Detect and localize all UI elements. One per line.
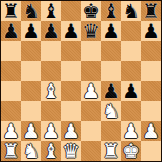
square-d7[interactable]: ♟ [61, 21, 81, 41]
black-rook[interactable]: ♜ [141, 1, 161, 21]
square-g7[interactable] [121, 21, 141, 41]
square-a7[interactable]: ♟ [1, 21, 21, 41]
square-d2[interactable]: ♟ [61, 121, 81, 141]
black-pawn[interactable]: ♟ [101, 21, 121, 41]
square-e8[interactable]: ♚ [81, 1, 101, 21]
black-pawn[interactable]: ♟ [121, 81, 141, 101]
white-pawn[interactable]: ♟ [41, 121, 61, 141]
white-pawn[interactable]: ♟ [141, 121, 161, 141]
black-knight[interactable]: ♞ [21, 1, 41, 21]
square-b1[interactable]: ♞ [21, 141, 41, 161]
square-c8[interactable]: ♝ [41, 1, 61, 21]
white-pawn[interactable]: ♟ [1, 121, 21, 141]
black-queen[interactable]: ♛ [81, 21, 101, 41]
white-rook[interactable]: ♜ [101, 141, 121, 161]
square-e1[interactable] [81, 141, 101, 161]
square-b5[interactable] [21, 61, 41, 81]
square-g3[interactable] [121, 101, 141, 121]
square-g6[interactable] [121, 41, 141, 61]
black-pawn[interactable]: ♟ [101, 81, 121, 101]
square-a5[interactable] [1, 61, 21, 81]
square-d3[interactable] [61, 101, 81, 121]
white-king[interactable]: ♚ [121, 141, 141, 161]
square-g4[interactable]: ♟ [121, 81, 141, 101]
white-knight[interactable]: ♞ [21, 141, 41, 161]
square-c1[interactable]: ♝ [41, 141, 61, 161]
square-g8[interactable]: ♞ [121, 1, 141, 21]
white-pawn[interactable]: ♟ [81, 81, 101, 101]
square-f7[interactable]: ♟ [101, 21, 121, 41]
black-pawn[interactable]: ♟ [141, 21, 161, 41]
square-h5[interactable] [141, 61, 161, 81]
square-e4[interactable]: ♟ [81, 81, 101, 101]
square-c7[interactable]: ♟ [41, 21, 61, 41]
square-a3[interactable] [1, 101, 21, 121]
square-d5[interactable] [61, 61, 81, 81]
black-bishop[interactable]: ♝ [101, 1, 121, 21]
square-h4[interactable] [141, 81, 161, 101]
black-knight[interactable]: ♞ [121, 1, 141, 21]
white-pawn[interactable]: ♟ [61, 121, 81, 141]
white-knight[interactable]: ♞ [101, 101, 121, 121]
square-a2[interactable]: ♟ [1, 121, 21, 141]
square-c3[interactable] [41, 101, 61, 121]
square-h6[interactable] [141, 41, 161, 61]
square-c6[interactable] [41, 41, 61, 61]
black-pawn[interactable]: ♟ [1, 21, 21, 41]
square-g5[interactable] [121, 61, 141, 81]
white-bishop[interactable]: ♝ [41, 141, 61, 161]
square-h3[interactable] [141, 101, 161, 121]
square-f4[interactable]: ♟ [101, 81, 121, 101]
square-b2[interactable]: ♟ [21, 121, 41, 141]
square-a4[interactable] [1, 81, 21, 101]
square-d6[interactable] [61, 41, 81, 61]
square-d8[interactable] [61, 1, 81, 21]
square-a8[interactable]: ♜ [1, 1, 21, 21]
black-pawn[interactable]: ♟ [21, 21, 41, 41]
square-h8[interactable]: ♜ [141, 1, 161, 21]
white-pawn[interactable]: ♟ [121, 121, 141, 141]
square-b7[interactable]: ♟ [21, 21, 41, 41]
square-g1[interactable]: ♚ [121, 141, 141, 161]
square-f5[interactable] [101, 61, 121, 81]
square-f6[interactable] [101, 41, 121, 61]
square-f8[interactable]: ♝ [101, 1, 121, 21]
square-c4[interactable]: ♝ [41, 81, 61, 101]
square-b4[interactable] [21, 81, 41, 101]
square-a6[interactable] [1, 41, 21, 61]
white-bishop[interactable]: ♝ [41, 81, 61, 101]
black-pawn[interactable]: ♟ [41, 21, 61, 41]
square-d1[interactable]: ♛ [61, 141, 81, 161]
black-pawn[interactable]: ♟ [61, 21, 81, 41]
white-rook[interactable]: ♜ [1, 141, 21, 161]
square-h1[interactable] [141, 141, 161, 161]
square-e5[interactable] [81, 61, 101, 81]
square-b8[interactable]: ♞ [21, 1, 41, 21]
square-g2[interactable]: ♟ [121, 121, 141, 141]
square-e6[interactable] [81, 41, 101, 61]
square-f1[interactable]: ♜ [101, 141, 121, 161]
square-h2[interactable]: ♟ [141, 121, 161, 141]
square-c5[interactable] [41, 61, 61, 81]
chess-board: ♜♞♝♚♝♞♜♟♟♟♟♛♟♟♝♟♟♟♞♟♟♟♟♟♟♜♞♝♛♜♚ [0, 0, 162, 162]
black-rook[interactable]: ♜ [1, 1, 21, 21]
square-e7[interactable]: ♛ [81, 21, 101, 41]
black-king[interactable]: ♚ [81, 1, 101, 21]
square-b6[interactable] [21, 41, 41, 61]
square-a1[interactable]: ♜ [1, 141, 21, 161]
square-e3[interactable] [81, 101, 101, 121]
square-b3[interactable] [21, 101, 41, 121]
white-queen[interactable]: ♛ [61, 141, 81, 161]
square-h7[interactable]: ♟ [141, 21, 161, 41]
square-f3[interactable]: ♞ [101, 101, 121, 121]
square-e2[interactable] [81, 121, 101, 141]
square-c2[interactable]: ♟ [41, 121, 61, 141]
black-bishop[interactable]: ♝ [41, 1, 61, 21]
white-pawn[interactable]: ♟ [21, 121, 41, 141]
square-f2[interactable] [101, 121, 121, 141]
square-d4[interactable] [61, 81, 81, 101]
